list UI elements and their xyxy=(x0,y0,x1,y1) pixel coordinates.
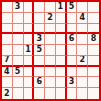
cell-r3c3-empty[interactable] xyxy=(24,24,35,35)
cell-r1c6-given: 1 xyxy=(56,2,67,13)
cell-r2c3-empty[interactable] xyxy=(24,13,35,24)
cell-r7c7-empty[interactable] xyxy=(67,67,78,78)
cell-r9c6-empty[interactable] xyxy=(56,88,67,99)
cell-r1c8-empty[interactable] xyxy=(77,2,88,13)
cell-r5c8-empty[interactable] xyxy=(77,45,88,56)
cell-r8c1-empty[interactable] xyxy=(2,77,13,88)
cell-r7c3-empty[interactable] xyxy=(24,67,35,78)
cell-r3c5-empty[interactable] xyxy=(45,24,56,35)
cell-r2c6-empty[interactable] xyxy=(56,13,67,24)
cell-r8c3-empty[interactable] xyxy=(24,77,35,88)
cell-r6c9-empty[interactable] xyxy=(88,56,99,67)
cell-r7c2-given: 5 xyxy=(13,67,24,78)
cell-r9c9-empty[interactable] xyxy=(88,88,99,99)
cell-r4c2-empty[interactable] xyxy=(13,34,24,45)
cell-r9c3-empty[interactable] xyxy=(24,88,35,99)
cell-r3c8-empty[interactable] xyxy=(77,24,88,35)
cell-r3c1-empty[interactable] xyxy=(2,24,13,35)
cell-r3c2-empty[interactable] xyxy=(13,24,24,35)
cell-r7c1-given: 4 xyxy=(2,67,13,78)
cell-r7c6-empty[interactable] xyxy=(56,67,67,78)
cell-r1c2-given: 3 xyxy=(13,2,24,13)
cell-r2c7-empty[interactable] xyxy=(67,13,78,24)
cell-r1c7-given: 5 xyxy=(67,2,78,13)
cell-r6c5-empty[interactable] xyxy=(45,56,56,67)
cell-r7c5-empty[interactable] xyxy=(45,67,56,78)
cell-r9c1-given: 2 xyxy=(2,88,13,99)
cell-r4c8-empty[interactable] xyxy=(77,34,88,45)
cell-r4c9-given: 8 xyxy=(88,34,99,45)
cell-r4c1-empty[interactable] xyxy=(2,34,13,45)
cell-r5c9-empty[interactable] xyxy=(88,45,99,56)
cell-r6c4-empty[interactable] xyxy=(34,56,45,67)
cell-r7c8-empty[interactable] xyxy=(77,67,88,78)
cell-r1c3-empty[interactable] xyxy=(24,2,35,13)
cell-r2c5-given: 2 xyxy=(45,13,56,24)
cell-r7c9-empty[interactable] xyxy=(88,67,99,78)
cell-r9c4-empty[interactable] xyxy=(34,88,45,99)
cell-r2c1-empty[interactable] xyxy=(2,13,13,24)
cell-r4c4-given: 3 xyxy=(34,34,45,45)
cell-r8c4-given: 6 xyxy=(34,77,45,88)
cell-r9c8-empty[interactable] xyxy=(77,88,88,99)
cell-r4c3-empty[interactable] xyxy=(24,34,35,45)
cell-r5c6-empty[interactable] xyxy=(56,45,67,56)
cell-r8c9-empty[interactable] xyxy=(88,77,99,88)
cell-r6c7-empty[interactable] xyxy=(67,56,78,67)
sudoku-board: 31524368157245632 xyxy=(0,0,101,101)
cell-r9c5-empty[interactable] xyxy=(45,88,56,99)
cell-r5c4-given: 5 xyxy=(34,45,45,56)
cell-r6c8-given: 2 xyxy=(77,56,88,67)
cell-r2c4-empty[interactable] xyxy=(34,13,45,24)
cell-r2c9-empty[interactable] xyxy=(88,13,99,24)
cell-r1c1-empty[interactable] xyxy=(2,2,13,13)
cell-r1c4-empty[interactable] xyxy=(34,2,45,13)
cell-r5c2-empty[interactable] xyxy=(13,45,24,56)
cell-r4c5-empty[interactable] xyxy=(45,34,56,45)
cell-r8c8-empty[interactable] xyxy=(77,77,88,88)
cell-r8c6-empty[interactable] xyxy=(56,77,67,88)
cell-r3c6-empty[interactable] xyxy=(56,24,67,35)
cell-r9c2-empty[interactable] xyxy=(13,88,24,99)
cell-r5c5-empty[interactable] xyxy=(45,45,56,56)
cell-r6c2-empty[interactable] xyxy=(13,56,24,67)
cell-r7c4-empty[interactable] xyxy=(34,67,45,78)
cell-r3c4-empty[interactable] xyxy=(34,24,45,35)
cell-r5c3-given: 1 xyxy=(24,45,35,56)
cell-r8c2-empty[interactable] xyxy=(13,77,24,88)
cell-r3c7-empty[interactable] xyxy=(67,24,78,35)
cell-r1c5-empty[interactable] xyxy=(45,2,56,13)
cell-r5c7-empty[interactable] xyxy=(67,45,78,56)
cell-r8c5-empty[interactable] xyxy=(45,77,56,88)
cell-r6c1-given: 7 xyxy=(2,56,13,67)
cell-r6c6-empty[interactable] xyxy=(56,56,67,67)
cell-r1c9-empty[interactable] xyxy=(88,2,99,13)
cell-r8c7-given: 3 xyxy=(67,77,78,88)
cell-r4c7-given: 6 xyxy=(67,34,78,45)
cell-r2c2-empty[interactable] xyxy=(13,13,24,24)
cell-r5c1-empty[interactable] xyxy=(2,45,13,56)
cell-r4c6-empty[interactable] xyxy=(56,34,67,45)
cell-r9c7-empty[interactable] xyxy=(67,88,78,99)
cell-r2c8-given: 4 xyxy=(77,13,88,24)
cell-r3c9-empty[interactable] xyxy=(88,24,99,35)
cell-r6c3-empty[interactable] xyxy=(24,56,35,67)
